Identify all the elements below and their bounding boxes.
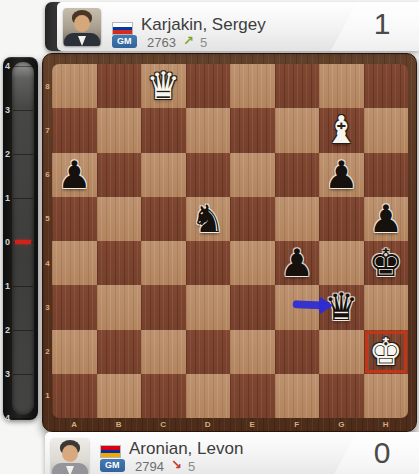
rank-label-3: 3 bbox=[43, 285, 52, 329]
square-a2[interactable] bbox=[52, 330, 97, 374]
player-card-top: Karjakin, Sergey GM 2763 ↗ 5 1 bbox=[45, 2, 419, 51]
rank-label-2: 2 bbox=[43, 330, 52, 374]
square-g7[interactable]: ♝ bbox=[319, 108, 364, 152]
trend-up-icon: ↗ bbox=[183, 33, 194, 48]
square-h2[interactable]: ♚ bbox=[364, 330, 409, 374]
square-e7[interactable] bbox=[230, 108, 275, 152]
square-b5[interactable] bbox=[97, 197, 142, 241]
eval-tick-label-6: 2 bbox=[3, 325, 12, 335]
file-label-d: D bbox=[186, 420, 231, 429]
rating-change-top: 5 bbox=[200, 35, 207, 50]
square-e8[interactable] bbox=[230, 64, 275, 108]
title-badge-bottom: GM bbox=[100, 459, 125, 472]
rank-label-5: 5 bbox=[43, 197, 52, 241]
file-label-c: C bbox=[141, 420, 186, 429]
score-top: 1 bbox=[351, 7, 413, 41]
board-squares[interactable]: ♛♝♟♟♞♟♟♚♛♚ bbox=[52, 64, 408, 418]
square-a3[interactable] bbox=[52, 285, 97, 329]
square-d6[interactable] bbox=[186, 153, 231, 197]
eval-tick-label-8: 4 bbox=[3, 413, 12, 423]
square-f3[interactable] bbox=[275, 285, 320, 329]
eval-tick-line bbox=[13, 374, 33, 375]
eval-tick-label-5: 1 bbox=[3, 281, 12, 291]
player-card-bottom: Aronian, Levon GM 2794 ↘ 5 0 bbox=[45, 432, 419, 474]
player-name-bottom: Aronian, Levon bbox=[129, 439, 243, 459]
chess-broadcast-screen: 432101234 ♛♝♟♟♞♟♟♚♛♚ 87654321ABCDEFGH Ka… bbox=[0, 0, 419, 474]
rating-bottom: 2794 bbox=[135, 459, 164, 474]
square-e4[interactable] bbox=[230, 241, 275, 285]
file-label-h: H bbox=[364, 420, 409, 429]
square-b8[interactable] bbox=[97, 64, 142, 108]
file-label-a: A bbox=[52, 420, 97, 429]
white-bishop-g7[interactable]: ♝ bbox=[324, 111, 358, 149]
square-b4[interactable] bbox=[97, 241, 142, 285]
white-queen-c8[interactable]: ♛ bbox=[146, 67, 180, 105]
square-e5[interactable] bbox=[230, 197, 275, 241]
black-pawn-a6[interactable]: ♟ bbox=[57, 156, 91, 194]
square-b1[interactable] bbox=[97, 374, 142, 418]
square-g6[interactable]: ♟ bbox=[319, 153, 364, 197]
square-d8[interactable] bbox=[186, 64, 231, 108]
eval-tick-line bbox=[13, 418, 33, 419]
black-knight-d5[interactable]: ♞ bbox=[191, 200, 225, 238]
eval-tick-label-7: 3 bbox=[3, 369, 12, 379]
square-g1[interactable] bbox=[319, 374, 364, 418]
eval-tick-line bbox=[13, 330, 33, 331]
square-g3[interactable]: ♛ bbox=[319, 285, 364, 329]
eval-tick-label-0: 4 bbox=[3, 61, 12, 71]
rating-change-bottom: 5 bbox=[188, 459, 195, 474]
eval-tick-label-3: 1 bbox=[3, 193, 12, 203]
eval-marker bbox=[15, 240, 31, 244]
square-c3[interactable] bbox=[141, 285, 186, 329]
square-d5[interactable]: ♞ bbox=[186, 197, 231, 241]
square-h6[interactable] bbox=[364, 153, 409, 197]
eval-tick-label-1: 3 bbox=[3, 105, 12, 115]
square-a5[interactable] bbox=[52, 197, 97, 241]
square-d4[interactable] bbox=[186, 241, 231, 285]
rating-top: 2763 bbox=[147, 35, 176, 50]
square-f5[interactable] bbox=[275, 197, 320, 241]
eval-tick-label-2: 2 bbox=[3, 149, 12, 159]
white-king-h2[interactable]: ♚ bbox=[369, 333, 403, 371]
square-a8[interactable] bbox=[52, 64, 97, 108]
square-h1[interactable] bbox=[364, 374, 409, 418]
evaluation-tube bbox=[12, 62, 34, 415]
rank-label-1: 1 bbox=[43, 374, 52, 418]
rank-label-7: 7 bbox=[43, 108, 52, 152]
eval-tick-label-4: 0 bbox=[3, 237, 12, 247]
rank-label-6: 6 bbox=[43, 153, 52, 197]
square-f1[interactable] bbox=[275, 374, 320, 418]
square-b2[interactable] bbox=[97, 330, 142, 374]
avatar-karjakin bbox=[63, 8, 101, 46]
armenia-flag-icon bbox=[100, 445, 121, 458]
file-label-f: F bbox=[275, 420, 320, 429]
square-h3[interactable] bbox=[364, 285, 409, 329]
black-king-h4[interactable]: ♚ bbox=[369, 244, 403, 282]
rank-label-8: 8 bbox=[43, 64, 52, 108]
trend-down-icon: ↘ bbox=[171, 457, 182, 472]
square-b6[interactable] bbox=[97, 153, 142, 197]
square-b3[interactable] bbox=[97, 285, 142, 329]
square-a7[interactable] bbox=[52, 108, 97, 152]
square-f8[interactable] bbox=[275, 64, 320, 108]
square-c8[interactable]: ♛ bbox=[141, 64, 186, 108]
square-g8[interactable] bbox=[319, 64, 364, 108]
file-label-g: G bbox=[319, 420, 364, 429]
square-e6[interactable] bbox=[230, 153, 275, 197]
square-f2[interactable] bbox=[275, 330, 320, 374]
russia-flag-icon bbox=[112, 22, 133, 35]
square-c5[interactable] bbox=[141, 197, 186, 241]
square-b7[interactable] bbox=[97, 108, 142, 152]
square-g4[interactable] bbox=[319, 241, 364, 285]
eval-tick-line bbox=[13, 66, 33, 67]
square-g2[interactable] bbox=[319, 330, 364, 374]
square-h7[interactable] bbox=[364, 108, 409, 152]
square-a1[interactable] bbox=[52, 374, 97, 418]
square-h5[interactable]: ♟ bbox=[364, 197, 409, 241]
square-d2[interactable] bbox=[186, 330, 231, 374]
title-badge-top: GM bbox=[112, 35, 137, 48]
square-c6[interactable] bbox=[141, 153, 186, 197]
eval-tick-line bbox=[13, 198, 33, 199]
eval-tick-line bbox=[13, 154, 33, 155]
player-card-bottom-body: Aronian, Levon GM 2794 ↘ 5 0 bbox=[45, 432, 419, 474]
square-f7[interactable] bbox=[275, 108, 320, 152]
square-a6[interactable]: ♟ bbox=[52, 153, 97, 197]
square-d3[interactable] bbox=[186, 285, 231, 329]
black-pawn-g6[interactable]: ♟ bbox=[324, 156, 358, 194]
evaluation-bar: 432101234 bbox=[3, 57, 38, 420]
square-c2[interactable] bbox=[141, 330, 186, 374]
score-bottom: 0 bbox=[351, 436, 413, 470]
black-queen-g3[interactable]: ♛ bbox=[324, 288, 358, 326]
eval-tick-line bbox=[13, 286, 33, 287]
square-e1[interactable] bbox=[230, 374, 275, 418]
rank-label-4: 4 bbox=[43, 241, 52, 285]
square-c7[interactable] bbox=[141, 108, 186, 152]
chess-board[interactable]: ♛♝♟♟♞♟♟♚♛♚ 87654321ABCDEFGH bbox=[42, 53, 417, 432]
square-e2[interactable] bbox=[230, 330, 275, 374]
square-a4[interactable] bbox=[52, 241, 97, 285]
square-h4[interactable]: ♚ bbox=[364, 241, 409, 285]
file-label-e: E bbox=[230, 420, 275, 429]
square-c1[interactable] bbox=[141, 374, 186, 418]
player-card-top-body: Karjakin, Sergey GM 2763 ↗ 5 1 bbox=[57, 2, 419, 51]
square-f6[interactable] bbox=[275, 153, 320, 197]
square-e3[interactable] bbox=[230, 285, 275, 329]
black-pawn-h5[interactable]: ♟ bbox=[369, 200, 403, 238]
eval-tick-line bbox=[13, 110, 33, 111]
square-g5[interactable] bbox=[319, 197, 364, 241]
black-pawn-f4[interactable]: ♟ bbox=[280, 244, 314, 282]
square-c4[interactable] bbox=[141, 241, 186, 285]
square-d7[interactable] bbox=[186, 108, 231, 152]
square-d1[interactable] bbox=[186, 374, 231, 418]
file-label-b: B bbox=[97, 420, 142, 429]
square-f4[interactable]: ♟ bbox=[275, 241, 320, 285]
avatar-aronian bbox=[51, 438, 89, 474]
square-h8[interactable] bbox=[364, 64, 409, 108]
player-name-top: Karjakin, Sergey bbox=[141, 15, 266, 35]
